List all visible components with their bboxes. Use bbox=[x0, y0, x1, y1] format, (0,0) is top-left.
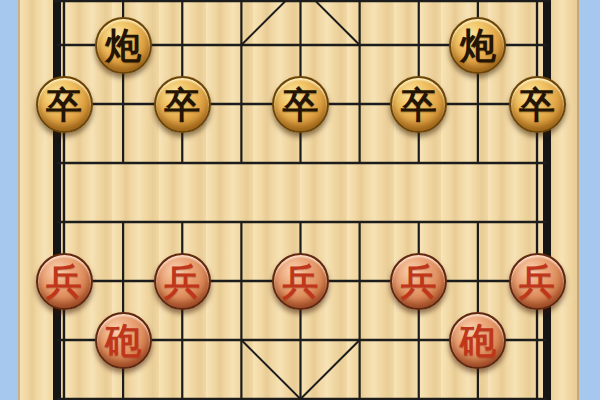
piece-black-soldier[interactable]: 卒 bbox=[272, 76, 329, 133]
piece-black-soldier[interactable]: 卒 bbox=[36, 76, 93, 133]
piece-glyph: 兵 bbox=[164, 264, 200, 300]
piece-black-soldier[interactable]: 卒 bbox=[154, 76, 211, 133]
xiangqi-board: 炮炮卒卒卒卒卒兵兵兵兵兵砲砲 bbox=[0, 0, 600, 400]
piece-red-soldier[interactable]: 兵 bbox=[36, 253, 93, 310]
piece-black-soldier[interactable]: 卒 bbox=[509, 76, 566, 133]
piece-red-soldier[interactable]: 兵 bbox=[154, 253, 211, 310]
piece-glyph: 卒 bbox=[164, 87, 200, 123]
piece-glyph: 兵 bbox=[401, 264, 437, 300]
board-grid bbox=[0, 0, 600, 400]
piece-glyph: 砲 bbox=[460, 323, 496, 359]
piece-red-cannon[interactable]: 砲 bbox=[449, 312, 506, 369]
piece-glyph: 兵 bbox=[46, 264, 82, 300]
piece-glyph: 兵 bbox=[519, 264, 555, 300]
piece-glyph: 卒 bbox=[519, 87, 555, 123]
piece-glyph: 炮 bbox=[105, 28, 141, 64]
piece-glyph: 兵 bbox=[283, 264, 319, 300]
piece-black-soldier[interactable]: 卒 bbox=[390, 76, 447, 133]
piece-red-cannon[interactable]: 砲 bbox=[95, 312, 152, 369]
piece-glyph: 卒 bbox=[283, 87, 319, 123]
piece-red-soldier[interactable]: 兵 bbox=[390, 253, 447, 310]
piece-red-soldier[interactable]: 兵 bbox=[272, 253, 329, 310]
piece-black-cannon[interactable]: 炮 bbox=[449, 17, 506, 74]
piece-glyph: 卒 bbox=[401, 87, 437, 123]
piece-black-cannon[interactable]: 炮 bbox=[95, 17, 152, 74]
piece-glyph: 炮 bbox=[460, 28, 496, 64]
piece-glyph: 砲 bbox=[105, 323, 141, 359]
piece-red-soldier[interactable]: 兵 bbox=[509, 253, 566, 310]
piece-glyph: 卒 bbox=[46, 87, 82, 123]
